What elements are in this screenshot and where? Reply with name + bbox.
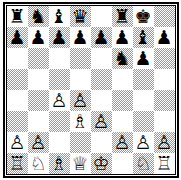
square-c4[interactable]: ♙ <box>49 90 70 111</box>
square-b2[interactable]: ♙ <box>28 132 49 153</box>
square-e4[interactable] <box>91 90 112 111</box>
square-c2[interactable] <box>49 132 70 153</box>
square-e2[interactable] <box>91 132 112 153</box>
piece-black-rook-a8: ♜ <box>7 6 28 27</box>
square-b7[interactable]: ♟ <box>28 27 49 48</box>
square-c6[interactable] <box>49 48 70 69</box>
square-a1[interactable]: ♖ <box>7 153 28 174</box>
square-b5[interactable] <box>28 69 49 90</box>
square-b6[interactable] <box>28 48 49 69</box>
square-d1[interactable]: ♕ <box>70 153 91 174</box>
square-g6[interactable]: ♟ <box>133 48 154 69</box>
square-c7[interactable]: ♟ <box>49 27 70 48</box>
square-d6[interactable] <box>70 48 91 69</box>
square-a2[interactable]: ♙ <box>7 132 28 153</box>
square-g5[interactable] <box>133 69 154 90</box>
piece-black-bishop-g7: ♝ <box>133 27 154 48</box>
piece-white-bishop-d3: ♗ <box>70 111 91 132</box>
square-d3[interactable]: ♗ <box>70 111 91 132</box>
square-f6[interactable]: ♞ <box>112 48 133 69</box>
piece-white-pawn-b2: ♙ <box>28 132 49 153</box>
square-b8[interactable]: ♞ <box>28 6 49 27</box>
square-h2[interactable]: ♙ <box>154 132 175 153</box>
square-g1[interactable]: ♘ <box>133 153 154 174</box>
square-c5[interactable] <box>49 69 70 90</box>
square-h3[interactable] <box>154 111 175 132</box>
piece-black-pawn-g6: ♟ <box>133 48 154 69</box>
piece-black-queen-d8: ♛ <box>70 6 91 27</box>
square-f4[interactable] <box>112 90 133 111</box>
piece-black-bishop-c8: ♝ <box>49 6 70 27</box>
square-d7[interactable]: ♟ <box>70 27 91 48</box>
square-c3[interactable] <box>49 111 70 132</box>
piece-black-king-g8: ♚ <box>133 6 154 27</box>
piece-white-knight-b1: ♘ <box>28 153 49 174</box>
piece-white-knight-g1: ♘ <box>133 153 154 174</box>
square-g8[interactable]: ♚ <box>133 6 154 27</box>
piece-white-rook-a1: ♖ <box>7 153 28 174</box>
piece-black-pawn-e7: ♟ <box>91 27 112 48</box>
piece-black-knight-b8: ♞ <box>28 6 49 27</box>
square-f7[interactable]: ♟ <box>112 27 133 48</box>
piece-white-bishop-c1: ♗ <box>49 153 70 174</box>
piece-white-king-e1: ♔ <box>91 153 112 174</box>
piece-white-pawn-a2: ♙ <box>7 132 28 153</box>
piece-white-pawn-d4: ♙ <box>70 90 91 111</box>
square-g3[interactable] <box>133 111 154 132</box>
piece-white-pawn-g2: ♙ <box>133 132 154 153</box>
piece-black-pawn-f7: ♟ <box>112 27 133 48</box>
piece-white-pawn-c4: ♙ <box>49 90 70 111</box>
square-d8[interactable]: ♛ <box>70 6 91 27</box>
piece-white-pawn-h2: ♙ <box>154 132 175 153</box>
square-c8[interactable]: ♝ <box>49 6 70 27</box>
square-e5[interactable] <box>91 69 112 90</box>
square-g2[interactable]: ♙ <box>133 132 154 153</box>
square-f3[interactable] <box>112 111 133 132</box>
square-d2[interactable] <box>70 132 91 153</box>
piece-black-pawn-b7: ♟ <box>28 27 49 48</box>
square-b3[interactable] <box>28 111 49 132</box>
piece-black-rook-f8: ♜ <box>112 6 133 27</box>
square-a7[interactable]: ♟ <box>7 27 28 48</box>
square-h8[interactable] <box>154 6 175 27</box>
piece-white-rook-h1: ♖ <box>154 153 175 174</box>
square-e1[interactable]: ♔ <box>91 153 112 174</box>
square-f5[interactable] <box>112 69 133 90</box>
square-f2[interactable]: ♙ <box>112 132 133 153</box>
square-a3[interactable] <box>7 111 28 132</box>
piece-black-pawn-h7: ♟ <box>154 27 175 48</box>
square-f1[interactable] <box>112 153 133 174</box>
square-e6[interactable] <box>91 48 112 69</box>
piece-white-pawn-f2: ♙ <box>112 132 133 153</box>
piece-black-pawn-d7: ♟ <box>70 27 91 48</box>
piece-white-pawn-e3: ♙ <box>91 111 112 132</box>
square-h4[interactable] <box>154 90 175 111</box>
square-g7[interactable]: ♝ <box>133 27 154 48</box>
piece-black-pawn-c7: ♟ <box>49 27 70 48</box>
square-a4[interactable] <box>7 90 28 111</box>
board-outer-frame: ♜♞♝♛♜♚♟♟♟♟♟♟♝♟♞♟♙♙♗♙♙♙♙♙♙♖♘♗♕♔♘♖ <box>3 2 179 178</box>
square-a5[interactable] <box>7 69 28 90</box>
chess-board: ♜♞♝♛♜♚♟♟♟♟♟♟♝♟♞♟♙♙♗♙♙♙♙♙♙♖♘♗♕♔♘♖ <box>7 6 175 174</box>
piece-white-queen-d1: ♕ <box>70 153 91 174</box>
square-a8[interactable]: ♜ <box>7 6 28 27</box>
square-f8[interactable]: ♜ <box>112 6 133 27</box>
piece-black-knight-f6: ♞ <box>112 48 133 69</box>
square-h7[interactable]: ♟ <box>154 27 175 48</box>
square-a6[interactable] <box>7 48 28 69</box>
diagram-canvas: ♜♞♝♛♜♚♟♟♟♟♟♟♝♟♞♟♙♙♗♙♙♙♙♙♙♖♘♗♕♔♘♖ <box>0 0 181 180</box>
square-c1[interactable]: ♗ <box>49 153 70 174</box>
square-h1[interactable]: ♖ <box>154 153 175 174</box>
square-e8[interactable] <box>91 6 112 27</box>
square-b1[interactable]: ♘ <box>28 153 49 174</box>
square-b4[interactable] <box>28 90 49 111</box>
square-h5[interactable] <box>154 69 175 90</box>
square-g4[interactable] <box>133 90 154 111</box>
square-d4[interactable]: ♙ <box>70 90 91 111</box>
square-d5[interactable] <box>70 69 91 90</box>
square-e3[interactable]: ♙ <box>91 111 112 132</box>
square-e7[interactable]: ♟ <box>91 27 112 48</box>
board-inner-frame: ♜♞♝♛♜♚♟♟♟♟♟♟♝♟♞♟♙♙♗♙♙♙♙♙♙♖♘♗♕♔♘♖ <box>6 5 176 175</box>
piece-black-pawn-a7: ♟ <box>7 27 28 48</box>
square-h6[interactable] <box>154 48 175 69</box>
